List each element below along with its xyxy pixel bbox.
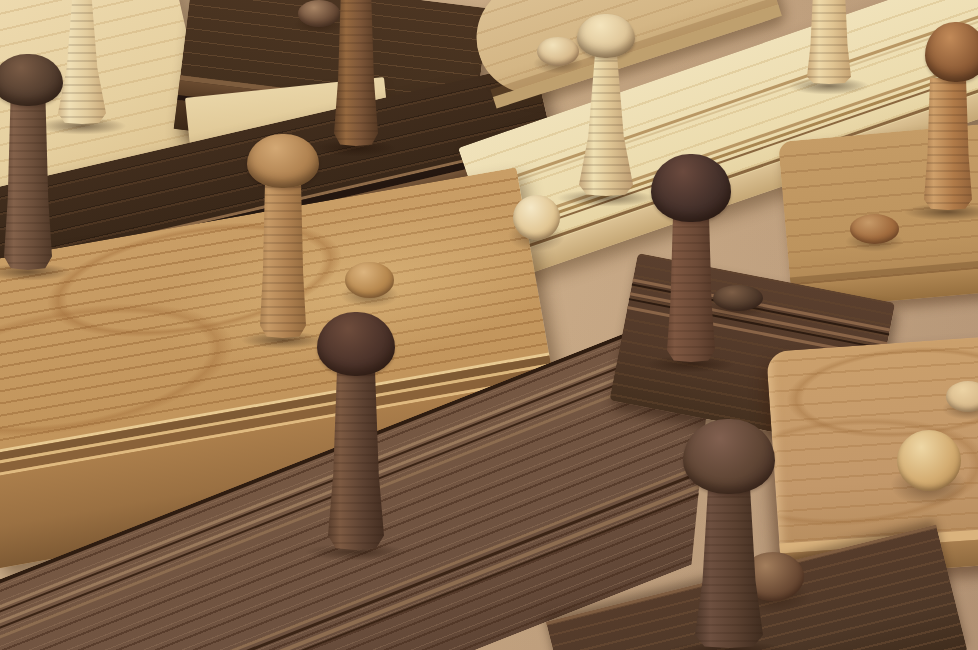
peg-oak-center-left-cap	[247, 134, 319, 188]
peg-cherry-right	[912, 22, 978, 214]
peg-maple-grooved-board	[575, 14, 637, 200]
peg-walnut-center-bottom-stem	[316, 370, 396, 550]
peg-maple-cylinder-right	[804, 0, 854, 88]
peg-walnut-tall-top	[331, 0, 381, 150]
peg-maple-grooved-board-stem	[575, 54, 637, 196]
peg-walnut-big-bottom-right-cap	[683, 419, 775, 494]
peg-walnut-big-bottom-right-stem	[682, 487, 776, 648]
button-oak	[345, 262, 394, 298]
peg-walnut-center-bottom	[316, 312, 396, 554]
peg-walnut-tall-top-stem	[331, 0, 381, 146]
peg-walnut-left-cap	[0, 54, 63, 106]
peg-maple-grooved-board-cap	[577, 14, 635, 58]
peg-cherry-right-stem	[912, 78, 978, 210]
button-cherry-upper	[850, 214, 899, 244]
peg-walnut-left	[0, 54, 64, 274]
peg-oak-center-left	[246, 134, 320, 342]
peg-walnut-dark-center-stem	[650, 216, 732, 362]
peg-walnut-dark-center-cap	[651, 154, 731, 222]
peg-oak-center-left-stem	[246, 182, 320, 338]
peg-walnut-center-bottom-cap	[317, 312, 395, 376]
peg-walnut-big-bottom-right	[682, 419, 776, 650]
peg-maple-cylinder-right-stem	[804, 0, 854, 84]
button-maple-rounded	[537, 37, 579, 66]
peg-rack-photo	[0, 0, 978, 650]
button-maple-grooved	[513, 195, 560, 240]
peg-walnut-dark-center	[650, 154, 732, 366]
peg-walnut-left-stem	[0, 100, 64, 270]
peg-cherry-right-cap	[925, 22, 978, 82]
button-cherry-lower	[897, 430, 961, 491]
